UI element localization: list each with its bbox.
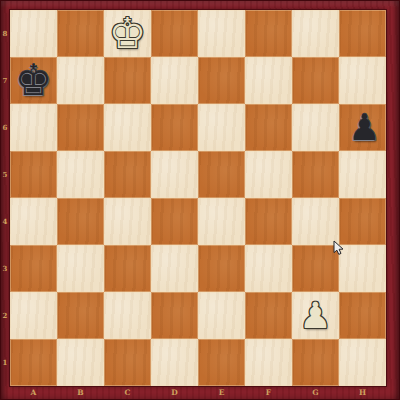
square-e2[interactable]	[198, 292, 245, 339]
square-f1[interactable]	[245, 339, 292, 386]
square-d4[interactable]	[151, 198, 198, 245]
square-a6[interactable]	[10, 104, 57, 151]
square-g8[interactable]	[292, 10, 339, 57]
white-pawn[interactable]: ♟	[292, 292, 339, 339]
square-f2[interactable]	[245, 292, 292, 339]
square-f7[interactable]	[245, 57, 292, 104]
file-label-c: C	[104, 386, 151, 400]
square-a3[interactable]	[10, 245, 57, 292]
square-c2[interactable]	[104, 292, 151, 339]
rank-label-1: 1	[0, 339, 10, 386]
square-c1[interactable]	[104, 339, 151, 386]
square-g1[interactable]	[292, 339, 339, 386]
square-c4[interactable]	[104, 198, 151, 245]
square-f4[interactable]	[245, 198, 292, 245]
file-labels: ABCDEFGH	[10, 386, 386, 400]
square-a5[interactable]	[10, 151, 57, 198]
square-h5[interactable]	[339, 151, 386, 198]
square-e8[interactable]	[198, 10, 245, 57]
square-f6[interactable]	[245, 104, 292, 151]
square-b6[interactable]	[57, 104, 104, 151]
rank-labels: 87654321	[0, 10, 10, 386]
chess-board-frame: ♚♚♟♟ 87654321 ABCDEFGH	[0, 0, 400, 400]
file-label-h: H	[339, 386, 386, 400]
rank-label-7: 7	[0, 57, 10, 104]
black-pawn[interactable]: ♟	[341, 104, 388, 151]
white-king[interactable]: ♚	[104, 10, 151, 57]
square-a1[interactable]	[10, 339, 57, 386]
square-f8[interactable]	[245, 10, 292, 57]
square-g5[interactable]	[292, 151, 339, 198]
file-label-f: F	[245, 386, 292, 400]
square-f5[interactable]	[245, 151, 292, 198]
black-king[interactable]: ♚	[10, 57, 57, 104]
rank-label-3: 3	[0, 245, 10, 292]
rank-label-6: 6	[0, 104, 10, 151]
square-f3[interactable]	[245, 245, 292, 292]
rank-label-5: 5	[0, 151, 10, 198]
file-label-e: E	[198, 386, 245, 400]
file-label-b: B	[57, 386, 104, 400]
square-g3[interactable]	[292, 245, 339, 292]
square-h2[interactable]	[339, 292, 386, 339]
file-label-d: D	[151, 386, 198, 400]
square-b4[interactable]	[57, 198, 104, 245]
square-b8[interactable]	[57, 10, 104, 57]
square-d3[interactable]	[151, 245, 198, 292]
square-e7[interactable]	[198, 57, 245, 104]
square-a4[interactable]	[10, 198, 57, 245]
square-a8[interactable]	[10, 10, 57, 57]
square-e4[interactable]	[198, 198, 245, 245]
square-c6[interactable]	[104, 104, 151, 151]
square-b7[interactable]	[57, 57, 104, 104]
rank-label-4: 4	[0, 198, 10, 245]
square-b1[interactable]	[57, 339, 104, 386]
square-d7[interactable]	[151, 57, 198, 104]
square-d8[interactable]	[151, 10, 198, 57]
rank-label-8: 8	[0, 10, 10, 57]
file-label-a: A	[10, 386, 57, 400]
square-d1[interactable]	[151, 339, 198, 386]
square-c5[interactable]	[104, 151, 151, 198]
square-h7[interactable]	[339, 57, 386, 104]
square-b3[interactable]	[57, 245, 104, 292]
square-h8[interactable]	[339, 10, 386, 57]
square-c7[interactable]	[104, 57, 151, 104]
square-b5[interactable]	[57, 151, 104, 198]
square-h1[interactable]	[339, 339, 386, 386]
square-e6[interactable]	[198, 104, 245, 151]
square-g7[interactable]	[292, 57, 339, 104]
square-d6[interactable]	[151, 104, 198, 151]
square-e1[interactable]	[198, 339, 245, 386]
rank-label-2: 2	[0, 292, 10, 339]
square-g4[interactable]	[292, 198, 339, 245]
square-b2[interactable]	[57, 292, 104, 339]
square-e5[interactable]	[198, 151, 245, 198]
square-d2[interactable]	[151, 292, 198, 339]
square-e3[interactable]	[198, 245, 245, 292]
square-d5[interactable]	[151, 151, 198, 198]
square-h4[interactable]	[339, 198, 386, 245]
square-c3[interactable]	[104, 245, 151, 292]
square-a2[interactable]	[10, 292, 57, 339]
square-g6[interactable]	[292, 104, 339, 151]
square-h3[interactable]	[339, 245, 386, 292]
file-label-g: G	[292, 386, 339, 400]
